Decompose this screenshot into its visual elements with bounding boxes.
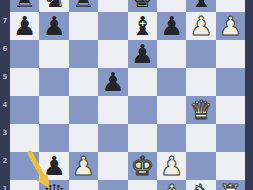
square-c7[interactable] [69,12,98,40]
square-f6[interactable] [157,40,186,68]
square-e5[interactable] [128,68,157,96]
board-right-border [245,0,253,190]
white-pawn-g7[interactable]: ♟ [186,12,215,40]
square-a4[interactable] [10,96,39,124]
square-c1[interactable] [69,180,98,190]
white-king-e2[interactable]: ♚ [128,152,157,180]
rank-label-6: 6 [0,43,10,55]
square-g6[interactable] [186,40,215,68]
square-a3[interactable] [10,124,39,152]
black-pawn-f7[interactable]: ♟ [157,12,186,40]
white-pawn-h7[interactable]: ♟ [216,12,245,40]
white-knight-g1[interactable]: ♞ [186,180,215,190]
rank-label-5: 5 [0,71,10,83]
square-b4[interactable] [39,96,68,124]
square-c5[interactable] [69,68,98,96]
square-c3[interactable] [69,124,98,152]
white-queen-g4[interactable]: ♛ [186,96,215,124]
square-c4[interactable] [69,96,98,124]
white-pawn-f2[interactable]: ♟ [157,152,186,180]
rank-label-3: 3 [0,127,10,139]
square-h6[interactable] [216,40,245,68]
square-b5[interactable] [39,68,68,96]
square-e3[interactable] [128,124,157,152]
square-h2[interactable] [216,152,245,180]
square-d3[interactable] [98,124,127,152]
chess-board-screenshot: ♜♞♜♚♝♟♟♝♟♟♟♟♟♛♟♟♚♟♛♝♞♜ 87654321 [0,0,253,190]
rank-label-2: 2 [0,155,10,167]
square-d7[interactable] [98,12,127,40]
square-d1[interactable] [98,180,127,190]
square-e1[interactable] [128,180,157,190]
square-h5[interactable] [216,68,245,96]
square-c6[interactable] [69,40,98,68]
square-h3[interactable] [216,124,245,152]
square-f5[interactable] [157,68,186,96]
square-a5[interactable] [10,68,39,96]
black-pawn-e6[interactable]: ♟ [128,40,157,68]
square-d2[interactable] [98,152,127,180]
white-pawn-c2[interactable]: ♟ [69,152,98,180]
black-pawn-b7[interactable]: ♟ [39,12,68,40]
rank-label-7: 7 [0,15,10,27]
white-rook-h1[interactable]: ♜ [216,180,245,190]
square-d8[interactable] [98,0,127,12]
square-e4[interactable] [128,96,157,124]
square-f3[interactable] [157,124,186,152]
square-g5[interactable] [186,68,215,96]
black-rook-c8[interactable]: ♜ [69,0,98,12]
black-pawn-b2[interactable]: ♟ [39,152,68,180]
square-d4[interactable] [98,96,127,124]
square-b3[interactable] [39,124,68,152]
white-bishop-f1[interactable]: ♝ [157,180,186,190]
square-d6[interactable] [98,40,127,68]
rank-label-1: 1 [0,183,10,190]
square-g3[interactable] [186,124,215,152]
square-f4[interactable] [157,96,186,124]
square-h4[interactable] [216,96,245,124]
black-queen-b1[interactable]: ♛ [39,180,68,190]
square-a1[interactable] [10,180,39,190]
black-pawn-d5[interactable]: ♟ [98,68,127,96]
square-g2[interactable] [186,152,215,180]
rank-label-4: 4 [0,99,10,111]
black-bishop-e7[interactable]: ♝ [128,12,157,40]
square-a6[interactable] [10,40,39,68]
square-b6[interactable] [39,40,68,68]
square-a2[interactable] [10,152,39,180]
black-pawn-a7[interactable]: ♟ [10,12,39,40]
